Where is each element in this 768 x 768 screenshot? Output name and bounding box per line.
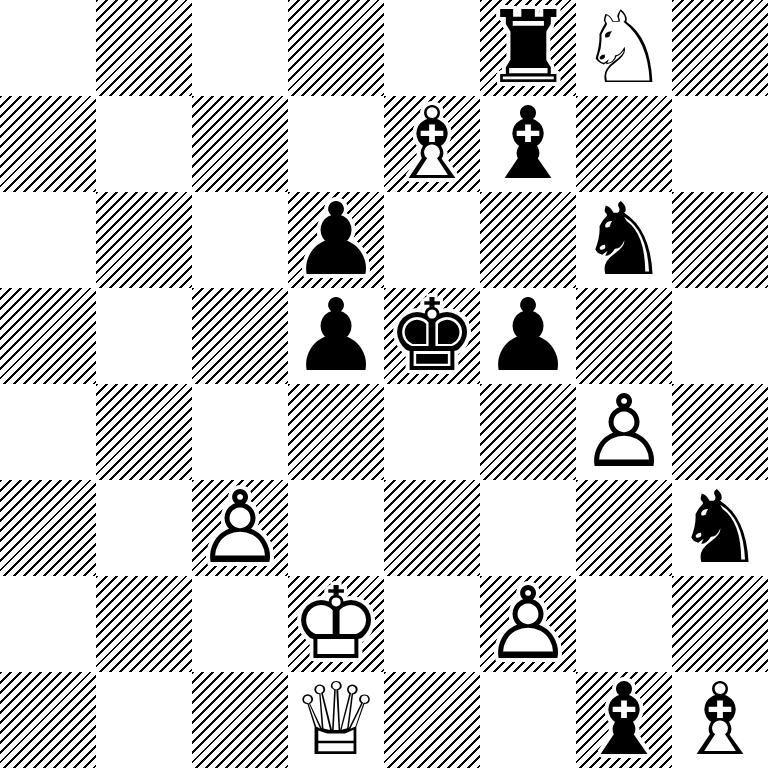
black-knight-glyph: ♞ <box>672 480 768 576</box>
square-b1[interactable] <box>96 672 192 768</box>
square-d8[interactable] <box>288 0 384 96</box>
square-h1[interactable]: ♝♗ <box>672 672 768 768</box>
white-pawn-glyph: ♙ <box>480 576 576 672</box>
square-a7[interactable] <box>0 96 96 192</box>
square-c7[interactable] <box>192 96 288 192</box>
square-c5[interactable] <box>192 288 288 384</box>
square-g1[interactable]: ♝♝ <box>576 672 672 768</box>
square-c2[interactable] <box>192 576 288 672</box>
square-e2[interactable] <box>384 576 480 672</box>
white-pawn-glyph: ♙ <box>576 384 672 480</box>
square-h5[interactable] <box>672 288 768 384</box>
chess-board: ♜♜♞♘♝♗♝♝♟♟♞♞♟♟♚♚♟♟♟♙♟♙♞♞♚♔♟♙♛♕♝♝♝♗ <box>0 0 768 768</box>
square-a3[interactable] <box>0 480 96 576</box>
piece-white-queen-d1[interactable]: ♛♕ <box>288 672 384 768</box>
square-d4[interactable] <box>288 384 384 480</box>
square-h6[interactable] <box>672 192 768 288</box>
white-king-glyph: ♔ <box>288 576 384 672</box>
square-b5[interactable] <box>96 288 192 384</box>
square-e6[interactable] <box>384 192 480 288</box>
square-d2[interactable]: ♚♔ <box>288 576 384 672</box>
square-h2[interactable] <box>672 576 768 672</box>
square-h4[interactable] <box>672 384 768 480</box>
black-pawn-glyph: ♟ <box>288 288 384 384</box>
square-b2[interactable] <box>96 576 192 672</box>
square-a4[interactable] <box>0 384 96 480</box>
square-f6[interactable] <box>480 192 576 288</box>
piece-black-knight-g6[interactable]: ♞♞ <box>576 192 672 288</box>
square-a5[interactable] <box>0 288 96 384</box>
white-bishop-glyph: ♗ <box>672 672 768 768</box>
square-a8[interactable] <box>0 0 96 96</box>
white-knight-glyph: ♘ <box>576 0 672 96</box>
square-c4[interactable] <box>192 384 288 480</box>
square-c1[interactable] <box>192 672 288 768</box>
square-e3[interactable] <box>384 480 480 576</box>
square-e1[interactable] <box>384 672 480 768</box>
black-bishop-glyph: ♝ <box>480 96 576 192</box>
piece-white-king-d2[interactable]: ♚♔ <box>288 576 384 672</box>
square-g3[interactable] <box>576 480 672 576</box>
black-pawn-glyph: ♟ <box>480 288 576 384</box>
square-e7[interactable]: ♝♗ <box>384 96 480 192</box>
piece-black-bishop-g1[interactable]: ♝♝ <box>576 672 672 768</box>
square-g6[interactable]: ♞♞ <box>576 192 672 288</box>
square-d1[interactable]: ♛♕ <box>288 672 384 768</box>
square-b3[interactable] <box>96 480 192 576</box>
piece-white-bishop-h1[interactable]: ♝♗ <box>672 672 768 768</box>
square-c8[interactable] <box>192 0 288 96</box>
square-g8[interactable]: ♞♘ <box>576 0 672 96</box>
square-f1[interactable] <box>480 672 576 768</box>
square-b7[interactable] <box>96 96 192 192</box>
black-pawn-glyph: ♟ <box>288 192 384 288</box>
black-king-glyph: ♚ <box>384 288 480 384</box>
piece-black-king-e5[interactable]: ♚♚ <box>384 288 480 384</box>
piece-black-pawn-f5[interactable]: ♟♟ <box>480 288 576 384</box>
square-g5[interactable] <box>576 288 672 384</box>
piece-white-bishop-e7[interactable]: ♝♗ <box>384 96 480 192</box>
piece-white-pawn-f2[interactable]: ♟♙ <box>480 576 576 672</box>
square-f5[interactable]: ♟♟ <box>480 288 576 384</box>
square-d6[interactable]: ♟♟ <box>288 192 384 288</box>
black-rook-glyph: ♜ <box>480 0 576 96</box>
square-d5[interactable]: ♟♟ <box>288 288 384 384</box>
black-bishop-glyph: ♝ <box>576 672 672 768</box>
square-e8[interactable] <box>384 0 480 96</box>
square-e4[interactable] <box>384 384 480 480</box>
square-h3[interactable]: ♞♞ <box>672 480 768 576</box>
piece-white-pawn-g4[interactable]: ♟♙ <box>576 384 672 480</box>
piece-black-pawn-d6[interactable]: ♟♟ <box>288 192 384 288</box>
square-f7[interactable]: ♝♝ <box>480 96 576 192</box>
square-b4[interactable] <box>96 384 192 480</box>
square-h7[interactable] <box>672 96 768 192</box>
square-d7[interactable] <box>288 96 384 192</box>
square-f8[interactable]: ♜♜ <box>480 0 576 96</box>
square-b8[interactable] <box>96 0 192 96</box>
square-c6[interactable] <box>192 192 288 288</box>
piece-black-pawn-d5[interactable]: ♟♟ <box>288 288 384 384</box>
piece-white-knight-g8[interactable]: ♞♘ <box>576 0 672 96</box>
square-c3[interactable]: ♟♙ <box>192 480 288 576</box>
square-f3[interactable] <box>480 480 576 576</box>
square-e5[interactable]: ♚♚ <box>384 288 480 384</box>
black-knight-glyph: ♞ <box>576 192 672 288</box>
piece-black-bishop-f7[interactable]: ♝♝ <box>480 96 576 192</box>
square-a1[interactable] <box>0 672 96 768</box>
square-d3[interactable] <box>288 480 384 576</box>
white-bishop-glyph: ♗ <box>384 96 480 192</box>
square-f4[interactable] <box>480 384 576 480</box>
square-b6[interactable] <box>96 192 192 288</box>
square-a6[interactable] <box>0 192 96 288</box>
white-pawn-glyph: ♙ <box>192 480 288 576</box>
piece-black-rook-f8[interactable]: ♜♜ <box>480 0 576 96</box>
piece-black-knight-h3[interactable]: ♞♞ <box>672 480 768 576</box>
square-g2[interactable] <box>576 576 672 672</box>
square-h8[interactable] <box>672 0 768 96</box>
square-g4[interactable]: ♟♙ <box>576 384 672 480</box>
square-g7[interactable] <box>576 96 672 192</box>
square-a2[interactable] <box>0 576 96 672</box>
square-f2[interactable]: ♟♙ <box>480 576 576 672</box>
piece-white-pawn-c3[interactable]: ♟♙ <box>192 480 288 576</box>
white-queen-glyph: ♕ <box>288 672 384 768</box>
